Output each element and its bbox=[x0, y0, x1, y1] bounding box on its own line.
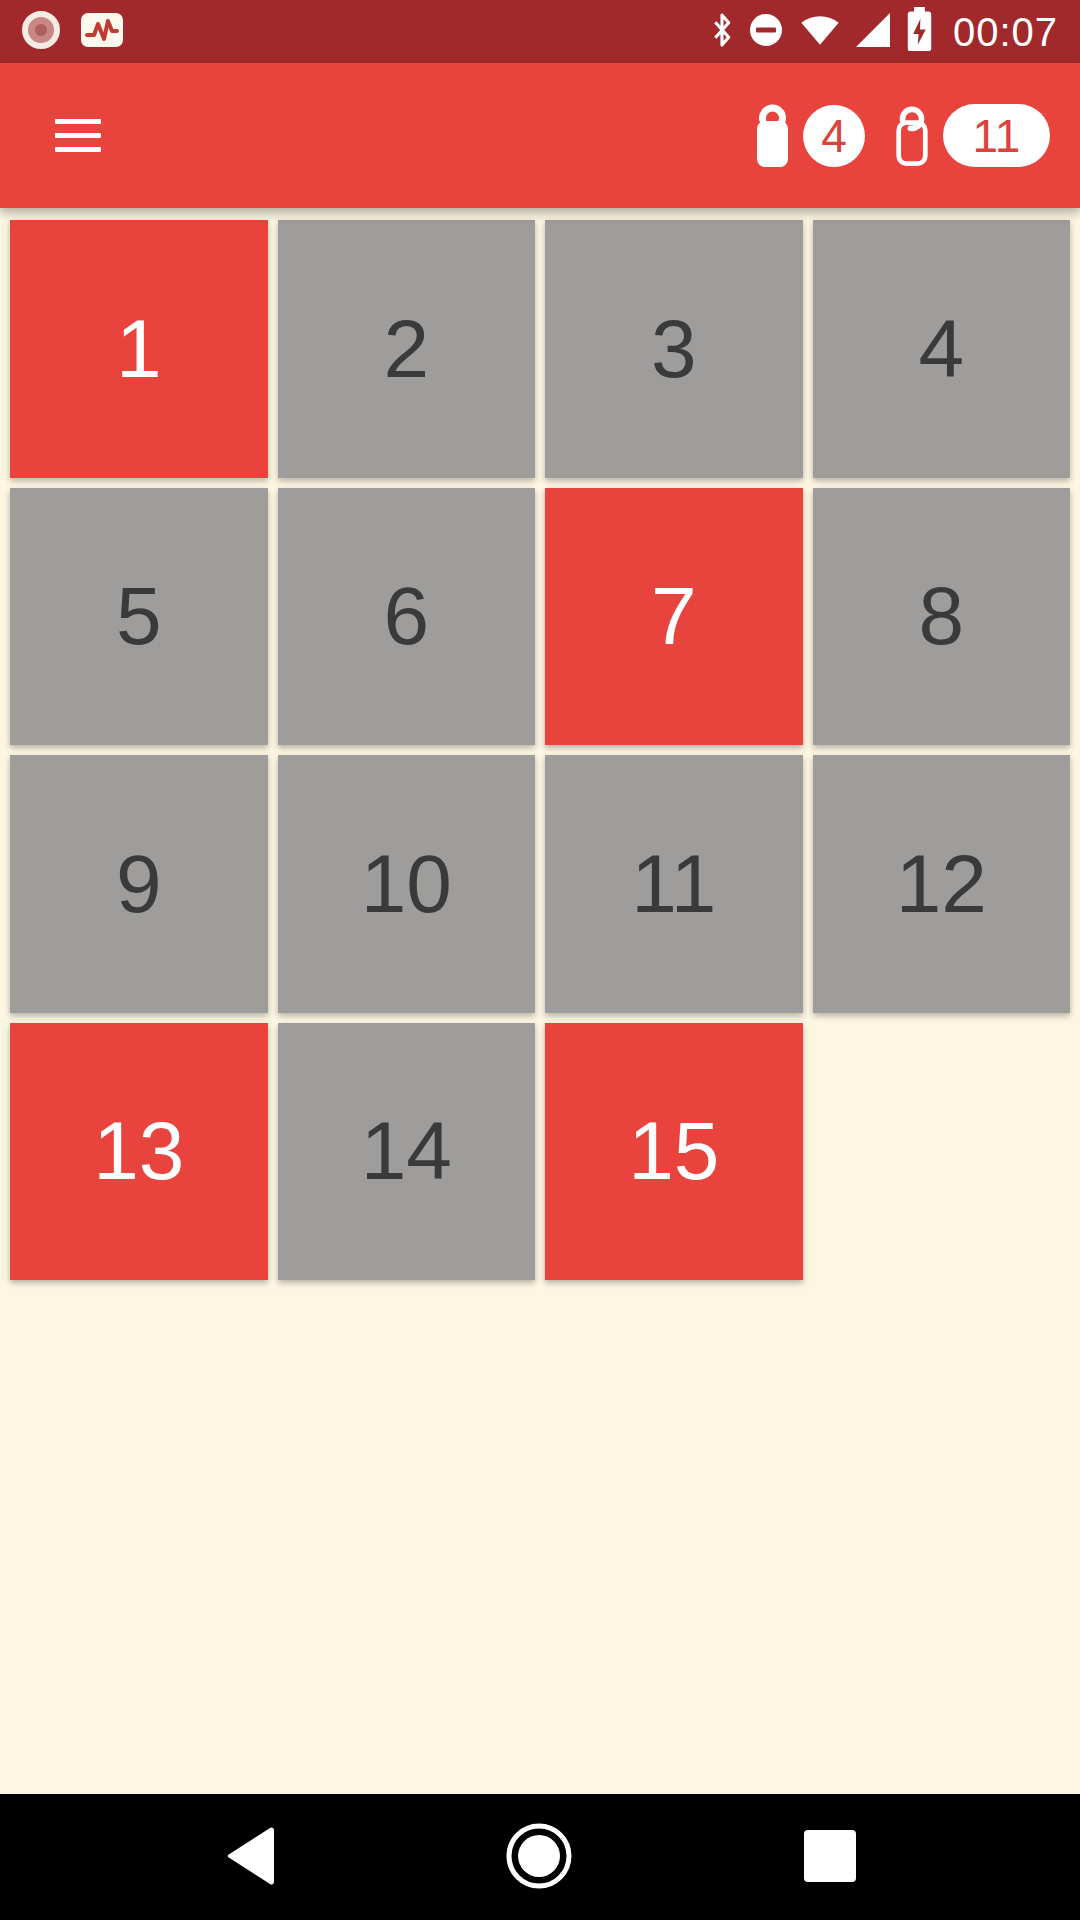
cellular-signal-icon bbox=[856, 13, 890, 51]
home-button[interactable] bbox=[497, 1814, 581, 1901]
phone-screen: 00:07 4 bbox=[0, 0, 1080, 1920]
tile-2[interactable]: 2 bbox=[278, 220, 536, 478]
tile-4[interactable]: 4 bbox=[813, 220, 1071, 478]
app-bar: 4 11 bbox=[0, 63, 1080, 208]
tile-14[interactable]: 14 bbox=[278, 1023, 536, 1281]
tile-7[interactable]: 7 bbox=[545, 488, 803, 746]
activity-monitor-notification-icon bbox=[80, 12, 124, 52]
content-area: 123456789101112131415 bbox=[0, 208, 1080, 1794]
counter-filled-group[interactable]: 4 bbox=[752, 104, 865, 168]
wifi-icon bbox=[800, 14, 840, 50]
do-not-disturb-icon bbox=[748, 12, 784, 52]
counter-badge-filled: 4 bbox=[803, 105, 865, 167]
menu-button[interactable] bbox=[49, 109, 107, 162]
status-bar-system-icons: 00:07 bbox=[712, 7, 1058, 56]
tile-3[interactable]: 3 bbox=[545, 220, 803, 478]
tile-5[interactable]: 5 bbox=[10, 488, 268, 746]
app-bar-counters: 4 11 bbox=[752, 104, 1050, 168]
back-icon bbox=[223, 1825, 275, 1890]
tile-8[interactable]: 8 bbox=[813, 488, 1071, 746]
status-bar: 00:07 bbox=[0, 0, 1080, 63]
tile-10[interactable]: 10 bbox=[278, 755, 536, 1013]
counter-outline-group[interactable]: 11 bbox=[893, 104, 1050, 168]
tile-12[interactable]: 12 bbox=[813, 755, 1071, 1013]
record-notification-icon bbox=[22, 11, 60, 53]
menu-icon bbox=[55, 119, 101, 124]
battery-charging-icon bbox=[906, 7, 933, 56]
tile-9[interactable]: 9 bbox=[10, 755, 268, 1013]
recents-icon bbox=[803, 1829, 857, 1886]
home-icon bbox=[505, 1822, 573, 1893]
tile-11[interactable]: 11 bbox=[545, 755, 803, 1013]
status-bar-notifications bbox=[22, 11, 124, 53]
counter-badge-outline: 11 bbox=[943, 104, 1050, 167]
recents-button[interactable] bbox=[795, 1821, 865, 1894]
navigation-bar bbox=[0, 1794, 1080, 1920]
back-button[interactable] bbox=[215, 1817, 283, 1898]
tile-1[interactable]: 1 bbox=[10, 220, 268, 478]
tile-15[interactable]: 15 bbox=[545, 1023, 803, 1281]
puzzle-board: 123456789101112131415 bbox=[0, 208, 1080, 1280]
empty-cell bbox=[813, 1023, 1071, 1281]
clock: 00:07 bbox=[949, 12, 1058, 52]
door-hanger-outline-icon bbox=[893, 104, 931, 168]
door-hanger-filled-icon bbox=[752, 104, 793, 168]
bluetooth-icon bbox=[712, 13, 732, 51]
tile-13[interactable]: 13 bbox=[10, 1023, 268, 1281]
tile-6[interactable]: 6 bbox=[278, 488, 536, 746]
